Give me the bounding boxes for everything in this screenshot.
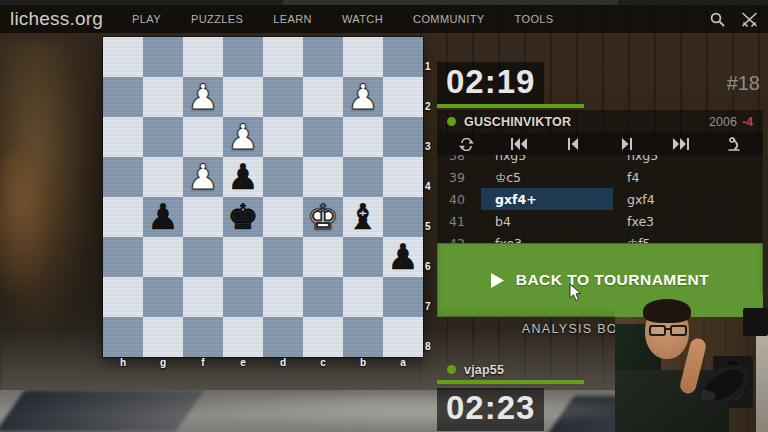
move-black[interactable]: gxf4 [613,188,763,210]
move-white[interactable]: hxg5 [481,155,613,166]
top-player-row: GUSCHINVIKTOR 2006 -4 [437,110,763,133]
bottom-player-clock: 02:23 [437,388,544,431]
bottom-player-bar [437,380,584,384]
file-label: f [183,357,223,370]
rank-label: 5 [425,197,437,237]
search-icon[interactable] [704,10,730,28]
speaker-icon [743,308,768,336]
move-number: 41 [437,214,481,229]
bottom-player-name[interactable]: vjap55 [464,363,504,377]
floor-shadow-streak [0,390,205,432]
first-move-icon[interactable] [509,137,531,151]
move-navigation-toolbar [437,133,763,155]
online-dot-icon [447,117,456,126]
file-label: d [263,357,303,370]
back-to-tournament-label: BACK TO TOURNAMENT [516,271,710,289]
glasses [649,325,666,336]
move-number: 40 [437,192,481,207]
move-white[interactable]: fxe3 [481,232,613,243]
move-number: 39 [437,170,481,185]
nav-item-tools[interactable]: TOOLS [500,13,569,25]
move-black[interactable]: ♔f5 [613,232,763,243]
top-player-rating-change: -4 [742,115,753,129]
play-icon [491,273,504,288]
black-pawn[interactable]: ♟ [383,237,423,277]
move-white[interactable]: ♔c5 [481,166,613,188]
analysis-icon[interactable] [723,137,745,151]
black-pawn[interactable]: ♟ [143,197,183,237]
move-row: 42 fxe3 ♔f5 [437,232,763,243]
rank-label: 4 [425,157,437,197]
board-file-labels: hgfedcba [103,357,423,370]
file-label: g [143,357,183,370]
stream-frame: lichess.org PLAY PUZZLES LEARN WATCH COM… [0,0,768,432]
move-row: 39 ♔c5 f4 [437,166,763,188]
move-white[interactable]: b4 [481,210,613,232]
streamer-hair [643,299,691,323]
top-player-clock: 02:19 [437,62,544,105]
move-black[interactable]: fxe3 [613,210,763,232]
last-move-icon[interactable] [669,137,691,151]
white-pawn[interactable]: ♟ [183,77,223,117]
next-move-icon[interactable] [616,137,638,151]
black-king[interactable]: ♚ [223,197,263,237]
file-label: e [223,357,263,370]
white-king[interactable]: ♚ [303,197,343,237]
game-number: #18 [690,72,760,95]
top-player-name[interactable]: GUSCHINVIKTOR [464,115,571,129]
move-white-current[interactable]: gxf4+ [481,188,613,210]
rank-label: 2 [425,77,437,117]
black-bishop[interactable]: ♝ [343,197,383,237]
file-label: a [383,357,423,370]
rank-label: 8 [425,317,437,357]
nav-item-community[interactable]: COMMUNITY [398,13,499,25]
cursor-icon [566,284,582,302]
glasses-bridge [665,328,671,330]
rank-label: 1 [425,37,437,77]
site-header: lichess.org PLAY PUZZLES LEARN WATCH COM… [0,5,768,33]
nav-item-puzzles[interactable]: PUZZLES [176,13,258,25]
challenge-swords-icon[interactable] [736,10,762,28]
file-label: b [343,357,383,370]
file-label: h [103,357,143,370]
move-row: 40 gxf4+ gxf4 [437,188,763,210]
webcam-overlay [615,294,768,432]
prev-move-icon[interactable] [562,137,584,151]
flip-board-icon[interactable] [455,137,477,151]
white-pawn[interactable]: ♟ [183,157,223,197]
top-player-rating: 2006 [709,115,737,129]
move-row: 41 b4 fxe3 [437,210,763,232]
glasses [670,325,687,336]
rank-label: 6 [425,237,437,277]
board-rank-labels: 12345678 [425,37,437,357]
nav-item-learn[interactable]: LEARN [258,13,327,25]
move-list: 38 hxg5 hxg5 39 ♔c5 f4 40 gxf4+ gxf4 41 … [437,155,763,243]
online-dot-icon [447,365,456,374]
nav-item-play[interactable]: PLAY [117,13,176,25]
move-black[interactable]: f4 [613,166,763,188]
move-row: 38 hxg5 hxg5 [437,155,763,166]
file-label: c [303,357,343,370]
black-pawn[interactable]: ♟ [223,157,263,197]
move-number: 42 [437,236,481,244]
white-pawn[interactable]: ♟ [343,77,383,117]
move-number: 38 [437,155,481,163]
white-pawn[interactable]: ♟ [223,117,263,157]
move-black[interactable]: hxg5 [613,155,763,166]
rank-label: 7 [425,277,437,317]
rank-label: 3 [425,117,437,157]
top-player-bar [437,104,584,108]
chess-board[interactable]: ♟♟♟♟♟♚♚♟♝♟ [103,37,423,357]
lichess-logo[interactable]: lichess.org [10,8,103,30]
nav-item-watch[interactable]: WATCH [327,13,398,25]
background-fallen-piece-blur [200,392,620,426]
